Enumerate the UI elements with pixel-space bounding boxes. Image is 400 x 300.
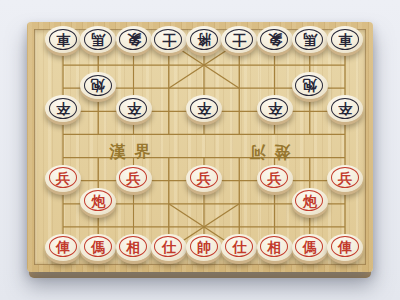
piece-glyph: 兵 [45, 165, 81, 192]
piece-black-chariot[interactable]: 車 [45, 26, 81, 57]
piece-black-soldier[interactable]: 卒 [327, 95, 363, 126]
piece-black-cannon[interactable]: 炮 [80, 72, 116, 103]
piece-glyph: 仕 [221, 234, 257, 261]
piece-glyph: 車 [45, 26, 81, 53]
piece-black-advisor[interactable]: 士 [151, 26, 187, 57]
piece-red-advisor[interactable]: 仕 [151, 234, 187, 265]
piece-glyph: 士 [221, 26, 257, 53]
piece-glyph: 炮 [80, 188, 116, 215]
piece-black-soldier[interactable]: 卒 [257, 95, 293, 126]
piece-red-chariot[interactable]: 俥 [45, 234, 81, 265]
piece-glyph: 兵 [186, 165, 222, 192]
xiangqi-board[interactable]: 漢界 楚河 車馬象士將士象馬車炮炮卒卒卒卒卒兵兵兵兵兵炮炮俥傌相仕帥仕相傌俥 [27, 22, 373, 272]
piece-black-soldier[interactable]: 卒 [116, 95, 152, 126]
piece-black-advisor[interactable]: 士 [221, 26, 257, 57]
piece-red-horse[interactable]: 傌 [80, 234, 116, 265]
piece-glyph: 俥 [327, 234, 363, 261]
piece-glyph: 傌 [80, 234, 116, 261]
piece-glyph: 仕 [151, 234, 187, 261]
piece-red-cannon[interactable]: 炮 [292, 188, 328, 219]
piece-glyph: 兵 [116, 165, 152, 192]
piece-black-horse[interactable]: 馬 [80, 26, 116, 57]
piece-glyph: 相 [257, 234, 293, 261]
piece-red-elephant[interactable]: 相 [116, 234, 152, 265]
piece-glyph: 兵 [257, 165, 293, 192]
piece-glyph: 卒 [116, 95, 152, 122]
piece-glyph: 卒 [45, 95, 81, 122]
piece-black-elephant[interactable]: 象 [116, 26, 152, 57]
piece-glyph: 炮 [80, 72, 116, 99]
piece-glyph: 卒 [186, 95, 222, 122]
piece-glyph: 俥 [45, 234, 81, 261]
piece-glyph: 兵 [327, 165, 363, 192]
piece-black-general[interactable]: 將 [186, 26, 222, 57]
piece-black-chariot[interactable]: 車 [327, 26, 363, 57]
piece-black-elephant[interactable]: 象 [257, 26, 293, 57]
piece-red-soldier[interactable]: 兵 [327, 165, 363, 196]
piece-glyph: 車 [327, 26, 363, 53]
piece-red-soldier[interactable]: 兵 [116, 165, 152, 196]
piece-black-cannon[interactable]: 炮 [292, 72, 328, 103]
piece-red-cannon[interactable]: 炮 [80, 188, 116, 219]
piece-glyph: 相 [116, 234, 152, 261]
piece-glyph: 炮 [292, 72, 328, 99]
piece-black-soldier[interactable]: 卒 [45, 95, 81, 126]
piece-glyph: 卒 [257, 95, 293, 122]
piece-glyph: 士 [151, 26, 187, 53]
piece-red-elephant[interactable]: 相 [257, 234, 293, 265]
piece-glyph: 將 [186, 26, 222, 53]
piece-glyph: 帥 [186, 234, 222, 261]
piece-red-soldier[interactable]: 兵 [45, 165, 81, 196]
piece-red-general[interactable]: 帥 [186, 234, 222, 265]
piece-red-soldier[interactable]: 兵 [257, 165, 293, 196]
piece-red-soldier[interactable]: 兵 [186, 165, 222, 196]
piece-glyph: 炮 [292, 188, 328, 215]
piece-red-chariot[interactable]: 俥 [327, 234, 363, 265]
piece-black-soldier[interactable]: 卒 [186, 95, 222, 126]
piece-glyph: 馬 [292, 26, 328, 53]
piece-glyph: 卒 [327, 95, 363, 122]
piece-glyph: 馬 [80, 26, 116, 53]
piece-red-horse[interactable]: 傌 [292, 234, 328, 265]
piece-glyph: 象 [257, 26, 293, 53]
piece-glyph: 傌 [292, 234, 328, 261]
piece-black-horse[interactable]: 馬 [292, 26, 328, 57]
piece-red-advisor[interactable]: 仕 [221, 234, 257, 265]
board-surface [34, 29, 366, 265]
piece-glyph: 象 [116, 26, 152, 53]
